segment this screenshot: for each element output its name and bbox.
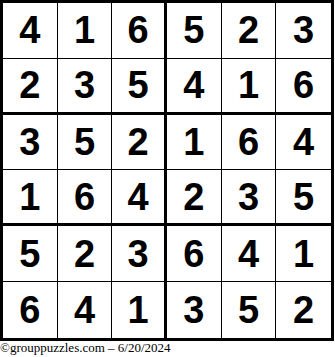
sudoku-cell: 6 xyxy=(222,115,277,171)
sudoku-board: 4 1 6 5 2 3 2 3 5 4 1 6 3 5 2 1 6 4 1 6 … xyxy=(0,0,334,341)
sudoku-cell: 1 xyxy=(276,226,331,282)
sudoku-cell: 3 xyxy=(58,59,113,115)
sudoku-cell: 1 xyxy=(167,115,222,171)
sudoku-cell: 5 xyxy=(3,226,58,282)
sudoku-cell: 2 xyxy=(58,226,113,282)
sudoku-cell: 6 xyxy=(58,170,113,226)
sudoku-cell: 2 xyxy=(167,170,222,226)
sudoku-cell: 3 xyxy=(167,282,222,338)
sudoku-cell: 1 xyxy=(58,3,113,59)
sudoku-cell: 3 xyxy=(276,3,331,59)
sudoku-cell: 4 xyxy=(276,115,331,171)
sudoku-cell: 6 xyxy=(112,3,167,59)
sudoku-cell: 2 xyxy=(112,115,167,171)
sudoku-cell: 5 xyxy=(167,3,222,59)
copyright-footer: ©grouppuzzles.com – 6/20/2024 xyxy=(0,340,171,356)
sudoku-cell: 3 xyxy=(112,226,167,282)
puzzle-page: 4 1 6 5 2 3 2 3 5 4 1 6 3 5 2 1 6 4 1 6 … xyxy=(0,0,335,357)
sudoku-cell: 4 xyxy=(222,226,277,282)
sudoku-cell: 4 xyxy=(58,282,113,338)
sudoku-cell: 1 xyxy=(112,282,167,338)
sudoku-cell: 1 xyxy=(3,170,58,226)
sudoku-cell: 3 xyxy=(3,115,58,171)
sudoku-cell: 2 xyxy=(222,3,277,59)
sudoku-cell: 5 xyxy=(112,59,167,115)
sudoku-cell: 6 xyxy=(167,226,222,282)
sudoku-cell: 1 xyxy=(222,59,277,115)
sudoku-cell: 6 xyxy=(3,282,58,338)
sudoku-cell: 2 xyxy=(276,282,331,338)
sudoku-cell: 6 xyxy=(276,59,331,115)
sudoku-cell: 4 xyxy=(3,3,58,59)
sudoku-cell: 5 xyxy=(276,170,331,226)
sudoku-cell: 4 xyxy=(112,170,167,226)
sudoku-cell: 3 xyxy=(222,170,277,226)
sudoku-cell: 2 xyxy=(3,59,58,115)
sudoku-cell: 5 xyxy=(58,115,113,171)
sudoku-cell: 4 xyxy=(167,59,222,115)
sudoku-cell: 5 xyxy=(222,282,277,338)
